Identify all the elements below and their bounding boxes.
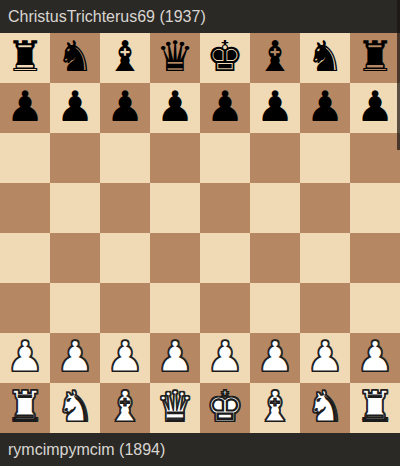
- piece-white-bishop[interactable]: ♝: [106, 382, 144, 432]
- square-e3[interactable]: [200, 283, 250, 333]
- piece-black-pawn[interactable]: ♟: [256, 82, 294, 132]
- square-f2[interactable]: ♟: [250, 333, 300, 383]
- piece-black-pawn[interactable]: ♟: [156, 82, 194, 132]
- square-f6[interactable]: [250, 133, 300, 183]
- square-c6[interactable]: [100, 133, 150, 183]
- square-d1[interactable]: ♛: [150, 383, 200, 433]
- square-c5[interactable]: [100, 183, 150, 233]
- square-e6[interactable]: [200, 133, 250, 183]
- square-a6[interactable]: [0, 133, 50, 183]
- square-d7[interactable]: ♟: [150, 83, 200, 133]
- square-a7[interactable]: ♟: [0, 83, 50, 133]
- square-h6[interactable]: [350, 133, 400, 183]
- square-h2[interactable]: ♟: [350, 333, 400, 383]
- square-f4[interactable]: [250, 233, 300, 283]
- square-e5[interactable]: [200, 183, 250, 233]
- piece-black-knight[interactable]: ♞: [56, 32, 94, 82]
- piece-black-queen[interactable]: ♛: [156, 32, 194, 82]
- square-c4[interactable]: [100, 233, 150, 283]
- square-d3[interactable]: [150, 283, 200, 333]
- square-a1[interactable]: ♜: [0, 383, 50, 433]
- piece-black-pawn[interactable]: ♟: [56, 82, 94, 132]
- piece-black-rook[interactable]: ♜: [356, 32, 394, 82]
- square-g6[interactable]: [300, 133, 350, 183]
- piece-black-king[interactable]: ♚: [206, 32, 244, 82]
- piece-black-pawn[interactable]: ♟: [306, 82, 344, 132]
- square-e8[interactable]: ♚: [200, 33, 250, 83]
- piece-white-pawn[interactable]: ♟: [306, 332, 344, 382]
- player-top-label: ChristusTrichterus69 (1937): [8, 8, 206, 26]
- square-f1[interactable]: ♝: [250, 383, 300, 433]
- piece-white-pawn[interactable]: ♟: [156, 332, 194, 382]
- square-b7[interactable]: ♟: [50, 83, 100, 133]
- piece-black-bishop[interactable]: ♝: [106, 32, 144, 82]
- square-f7[interactable]: ♟: [250, 83, 300, 133]
- piece-white-rook[interactable]: ♜: [6, 382, 44, 432]
- square-h1[interactable]: ♜: [350, 383, 400, 433]
- piece-white-pawn[interactable]: ♟: [206, 332, 244, 382]
- square-a3[interactable]: [0, 283, 50, 333]
- square-g2[interactable]: ♟: [300, 333, 350, 383]
- square-h4[interactable]: [350, 233, 400, 283]
- square-e1[interactable]: ♚: [200, 383, 250, 433]
- square-a4[interactable]: [0, 233, 50, 283]
- square-b1[interactable]: ♞: [50, 383, 100, 433]
- square-a2[interactable]: ♟: [0, 333, 50, 383]
- square-g7[interactable]: ♟: [300, 83, 350, 133]
- piece-black-knight[interactable]: ♞: [306, 32, 344, 82]
- piece-white-knight[interactable]: ♞: [306, 382, 344, 432]
- square-h5[interactable]: [350, 183, 400, 233]
- square-a5[interactable]: [0, 183, 50, 233]
- square-b2[interactable]: ♟: [50, 333, 100, 383]
- piece-white-rook[interactable]: ♜: [356, 382, 394, 432]
- square-g8[interactable]: ♞: [300, 33, 350, 83]
- square-d4[interactable]: [150, 233, 200, 283]
- piece-black-rook[interactable]: ♜: [6, 32, 44, 82]
- piece-white-pawn[interactable]: ♟: [106, 332, 144, 382]
- piece-white-bishop[interactable]: ♝: [256, 382, 294, 432]
- square-g3[interactable]: [300, 283, 350, 333]
- square-h3[interactable]: [350, 283, 400, 333]
- piece-white-pawn[interactable]: ♟: [256, 332, 294, 382]
- square-g4[interactable]: [300, 233, 350, 283]
- piece-black-pawn[interactable]: ♟: [106, 82, 144, 132]
- square-d5[interactable]: [150, 183, 200, 233]
- piece-black-pawn[interactable]: ♟: [6, 82, 44, 132]
- piece-white-pawn[interactable]: ♟: [56, 332, 94, 382]
- square-d2[interactable]: ♟: [150, 333, 200, 383]
- square-b4[interactable]: [50, 233, 100, 283]
- piece-black-pawn[interactable]: ♟: [206, 82, 244, 132]
- piece-black-pawn[interactable]: ♟: [356, 82, 394, 132]
- square-c7[interactable]: ♟: [100, 83, 150, 133]
- player-bottom-label: rymcimpymcim (1894): [8, 441, 165, 459]
- square-b6[interactable]: [50, 133, 100, 183]
- square-b8[interactable]: ♞: [50, 33, 100, 83]
- square-a8[interactable]: ♜: [0, 33, 50, 83]
- square-g1[interactable]: ♞: [300, 383, 350, 433]
- square-c8[interactable]: ♝: [100, 33, 150, 83]
- square-d8[interactable]: ♛: [150, 33, 200, 83]
- square-c1[interactable]: ♝: [100, 383, 150, 433]
- square-e7[interactable]: ♟: [200, 83, 250, 133]
- chess-board[interactable]: ♜♞♝♛♚♝♞♜♟♟♟♟♟♟♟♟♟♟♟♟♟♟♟♟♜♞♝♛♚♝♞♜: [0, 33, 400, 433]
- square-e4[interactable]: [200, 233, 250, 283]
- piece-black-bishop[interactable]: ♝: [256, 32, 294, 82]
- square-g5[interactable]: [300, 183, 350, 233]
- square-b3[interactable]: [50, 283, 100, 333]
- square-h7[interactable]: ♟: [350, 83, 400, 133]
- piece-white-king[interactable]: ♚: [206, 382, 244, 432]
- square-b5[interactable]: [50, 183, 100, 233]
- square-f5[interactable]: [250, 183, 300, 233]
- square-f8[interactable]: ♝: [250, 33, 300, 83]
- player-bar-bottom: rymcimpymcim (1894): [0, 433, 400, 466]
- piece-white-knight[interactable]: ♞: [56, 382, 94, 432]
- square-d6[interactable]: [150, 133, 200, 183]
- piece-white-queen[interactable]: ♛: [156, 382, 194, 432]
- square-h8[interactable]: ♜: [350, 33, 400, 83]
- player-bar-top: ChristusTrichterus69 (1937): [0, 0, 400, 33]
- piece-white-pawn[interactable]: ♟: [6, 332, 44, 382]
- game-window: ChristusTrichterus69 (1937) ♜♞♝♛♚♝♞♜♟♟♟♟…: [0, 0, 400, 466]
- square-c3[interactable]: [100, 283, 150, 333]
- square-f3[interactable]: [250, 283, 300, 333]
- square-e2[interactable]: ♟: [200, 333, 250, 383]
- piece-white-pawn[interactable]: ♟: [356, 332, 394, 382]
- square-c2[interactable]: ♟: [100, 333, 150, 383]
